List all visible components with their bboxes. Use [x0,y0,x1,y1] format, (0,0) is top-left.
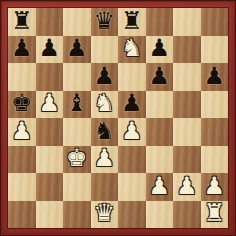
black-pawn-c7: ♟ [66,36,88,60]
square-g8[interactable] [173,8,201,36]
square-b7[interactable]: ♟ [36,36,64,64]
square-e2[interactable] [118,173,146,201]
square-f2[interactable]: ♟ [146,173,174,201]
square-a1[interactable] [8,201,36,229]
white-rook-h1: ♜ [203,201,225,225]
square-b1[interactable] [36,201,64,229]
square-d2[interactable] [91,173,119,201]
square-g1[interactable] [173,201,201,229]
square-h4[interactable] [201,118,229,146]
square-b8[interactable] [36,8,64,36]
square-f5[interactable] [146,91,174,119]
black-bishop-c5: ♝ [66,91,88,115]
square-h5[interactable] [201,91,229,119]
square-b4[interactable] [36,118,64,146]
square-h8[interactable] [201,8,229,36]
white-pawn-b5: ♟ [38,91,60,115]
square-d4[interactable]: ♞ [91,118,119,146]
square-b3[interactable] [36,146,64,174]
square-e3[interactable] [118,146,146,174]
black-rook-e8: ♜ [121,9,143,33]
square-f7[interactable]: ♟ [146,36,174,64]
white-king-c3: ♚ [66,146,88,170]
black-king-a5: ♚ [11,91,33,115]
square-c7[interactable]: ♟ [63,36,91,64]
square-e6[interactable] [118,63,146,91]
black-rook-a8: ♜ [11,9,33,33]
square-h6[interactable]: ♟ [201,63,229,91]
square-f3[interactable] [146,146,174,174]
square-a5[interactable]: ♚ [8,91,36,119]
square-c2[interactable] [63,173,91,201]
black-pawn-f7: ♟ [148,36,170,60]
white-knight-e7: ♞ [121,36,143,60]
chess-board: ♜♛♜♟♟♟♞♟♟♟♟♚♟♝♞♟♟♞♟♚♟♟♟♟♛♜ [8,8,228,228]
white-pawn-d3: ♟ [93,146,115,170]
square-c6[interactable] [63,63,91,91]
black-knight-d4: ♞ [93,119,115,143]
square-g5[interactable] [173,91,201,119]
square-f1[interactable] [146,201,174,229]
square-c5[interactable]: ♝ [63,91,91,119]
square-g3[interactable] [173,146,201,174]
square-a2[interactable] [8,173,36,201]
square-d7[interactable] [91,36,119,64]
square-h7[interactable] [201,36,229,64]
white-knight-d5: ♞ [93,91,115,115]
square-c4[interactable] [63,118,91,146]
white-pawn-f2: ♟ [148,174,170,198]
square-e8[interactable]: ♜ [118,8,146,36]
square-e4[interactable]: ♟ [118,118,146,146]
square-c3[interactable]: ♚ [63,146,91,174]
square-b6[interactable] [36,63,64,91]
square-g7[interactable] [173,36,201,64]
square-f6[interactable]: ♟ [146,63,174,91]
square-h2[interactable]: ♟ [201,173,229,201]
square-g2[interactable]: ♟ [173,173,201,201]
square-f4[interactable] [146,118,174,146]
white-pawn-h2: ♟ [203,174,225,198]
square-a8[interactable]: ♜ [8,8,36,36]
square-e7[interactable]: ♞ [118,36,146,64]
square-a6[interactable] [8,63,36,91]
square-f8[interactable] [146,8,174,36]
black-pawn-b7: ♟ [38,36,60,60]
square-g6[interactable] [173,63,201,91]
square-c1[interactable] [63,201,91,229]
white-pawn-g2: ♟ [176,174,198,198]
square-a3[interactable] [8,146,36,174]
square-h1[interactable]: ♜ [201,201,229,229]
square-d3[interactable]: ♟ [91,146,119,174]
black-pawn-e5: ♟ [121,91,143,115]
square-g4[interactable] [173,118,201,146]
square-d8[interactable]: ♛ [91,8,119,36]
black-pawn-h6: ♟ [203,64,225,88]
square-a7[interactable]: ♟ [8,36,36,64]
square-b5[interactable]: ♟ [36,91,64,119]
square-c8[interactable] [63,8,91,36]
square-a4[interactable]: ♟ [8,118,36,146]
square-d5[interactable]: ♞ [91,91,119,119]
square-d6[interactable]: ♟ [91,63,119,91]
square-e5[interactable]: ♟ [118,91,146,119]
black-pawn-a7: ♟ [11,36,33,60]
square-d1[interactable]: ♛ [91,201,119,229]
white-queen-d1: ♛ [93,201,115,225]
white-pawn-e4: ♟ [121,119,143,143]
black-queen-d8: ♛ [93,9,115,33]
black-pawn-d6: ♟ [93,64,115,88]
square-h3[interactable] [201,146,229,174]
board-frame: ♜♛♜♟♟♟♞♟♟♟♟♚♟♝♞♟♟♞♟♚♟♟♟♟♛♜ [0,0,236,236]
white-pawn-a4: ♟ [11,119,33,143]
black-pawn-f6: ♟ [148,64,170,88]
square-e1[interactable] [118,201,146,229]
square-b2[interactable] [36,173,64,201]
